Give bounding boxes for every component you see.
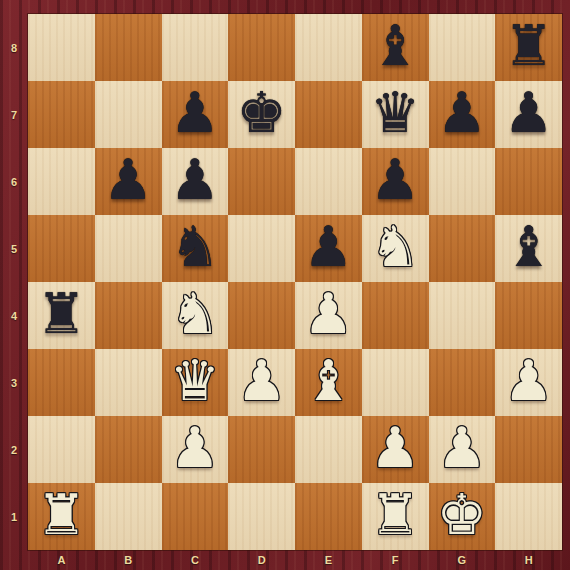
square-b8[interactable] — [95, 14, 162, 81]
square-e5[interactable]: ♟ — [295, 215, 362, 282]
piece-black-rook[interactable]: ♜ — [36, 286, 86, 342]
square-h8[interactable]: ♜ — [495, 14, 562, 81]
piece-white-pawn[interactable]: ♟ — [504, 353, 554, 409]
square-c5[interactable]: ♞ — [162, 215, 229, 282]
square-f7[interactable]: ♛ — [362, 81, 429, 148]
rank-label-5: 5 — [11, 243, 17, 255]
square-h2[interactable] — [495, 416, 562, 483]
square-d8[interactable] — [228, 14, 295, 81]
square-h1[interactable] — [495, 483, 562, 550]
piece-white-bishop[interactable]: ♝ — [303, 353, 353, 409]
piece-black-knight[interactable]: ♞ — [170, 219, 220, 275]
piece-black-pawn[interactable]: ♟ — [103, 152, 153, 208]
square-b3[interactable] — [95, 349, 162, 416]
piece-white-king[interactable]: ♚ — [437, 487, 487, 543]
piece-white-knight[interactable]: ♞ — [370, 219, 420, 275]
file-label-e: E — [325, 554, 332, 566]
square-g3[interactable] — [429, 349, 496, 416]
square-b5[interactable] — [95, 215, 162, 282]
square-e8[interactable] — [295, 14, 362, 81]
square-c8[interactable] — [162, 14, 229, 81]
square-g8[interactable] — [429, 14, 496, 81]
rank-label-6: 6 — [11, 176, 17, 188]
square-b7[interactable] — [95, 81, 162, 148]
piece-white-pawn[interactable]: ♟ — [170, 420, 220, 476]
file-label-f: F — [392, 554, 399, 566]
chess-board: ♝♜♟♚♛♟♟♟♟♟♞♟♞♝♜♞♟♛♟♝♟♟♟♟♜♜♚ — [28, 14, 562, 550]
square-g4[interactable] — [429, 282, 496, 349]
square-e1[interactable] — [295, 483, 362, 550]
piece-white-pawn[interactable]: ♟ — [237, 353, 287, 409]
square-f3[interactable] — [362, 349, 429, 416]
file-labels: ABCDEFGH — [28, 550, 562, 570]
piece-white-rook[interactable]: ♜ — [36, 487, 86, 543]
square-c2[interactable]: ♟ — [162, 416, 229, 483]
square-e7[interactable] — [295, 81, 362, 148]
file-label-c: C — [191, 554, 199, 566]
square-h7[interactable]: ♟ — [495, 81, 562, 148]
piece-black-king[interactable]: ♚ — [237, 85, 287, 141]
square-f2[interactable]: ♟ — [362, 416, 429, 483]
square-f5[interactable]: ♞ — [362, 215, 429, 282]
square-a5[interactable] — [28, 215, 95, 282]
piece-black-pawn[interactable]: ♟ — [370, 152, 420, 208]
square-e4[interactable]: ♟ — [295, 282, 362, 349]
square-a8[interactable] — [28, 14, 95, 81]
piece-black-pawn[interactable]: ♟ — [303, 219, 353, 275]
square-b2[interactable] — [95, 416, 162, 483]
square-c1[interactable] — [162, 483, 229, 550]
square-a3[interactable] — [28, 349, 95, 416]
square-h3[interactable]: ♟ — [495, 349, 562, 416]
square-d3[interactable]: ♟ — [228, 349, 295, 416]
square-h5[interactable]: ♝ — [495, 215, 562, 282]
square-a4[interactable]: ♜ — [28, 282, 95, 349]
square-e6[interactable] — [295, 148, 362, 215]
square-a6[interactable] — [28, 148, 95, 215]
piece-white-rook[interactable]: ♜ — [370, 487, 420, 543]
rank-labels: 87654321 — [0, 14, 28, 550]
piece-black-bishop[interactable]: ♝ — [370, 18, 420, 74]
piece-white-knight[interactable]: ♞ — [170, 286, 220, 342]
square-d2[interactable] — [228, 416, 295, 483]
square-c4[interactable]: ♞ — [162, 282, 229, 349]
file-label-a: A — [57, 554, 65, 566]
square-f6[interactable]: ♟ — [362, 148, 429, 215]
piece-white-queen[interactable]: ♛ — [170, 353, 220, 409]
square-c6[interactable]: ♟ — [162, 148, 229, 215]
square-d7[interactable]: ♚ — [228, 81, 295, 148]
rank-label-2: 2 — [11, 444, 17, 456]
piece-black-pawn[interactable]: ♟ — [170, 85, 220, 141]
piece-black-bishop[interactable]: ♝ — [504, 219, 554, 275]
square-a1[interactable]: ♜ — [28, 483, 95, 550]
square-g6[interactable] — [429, 148, 496, 215]
square-a7[interactable] — [28, 81, 95, 148]
piece-black-pawn[interactable]: ♟ — [437, 85, 487, 141]
square-c3[interactable]: ♛ — [162, 349, 229, 416]
square-b1[interactable] — [95, 483, 162, 550]
piece-white-pawn[interactable]: ♟ — [437, 420, 487, 476]
square-e2[interactable] — [295, 416, 362, 483]
square-e3[interactable]: ♝ — [295, 349, 362, 416]
square-g7[interactable]: ♟ — [429, 81, 496, 148]
piece-black-pawn[interactable]: ♟ — [504, 85, 554, 141]
square-h4[interactable] — [495, 282, 562, 349]
square-b6[interactable]: ♟ — [95, 148, 162, 215]
square-g2[interactable]: ♟ — [429, 416, 496, 483]
file-label-g: G — [458, 554, 467, 566]
square-b4[interactable] — [95, 282, 162, 349]
file-label-b: B — [124, 554, 132, 566]
piece-white-pawn[interactable]: ♟ — [303, 286, 353, 342]
chess-board-frame: 87654321 ♝♜♟♚♛♟♟♟♟♟♞♟♞♝♜♞♟♛♟♝♟♟♟♟♜♜♚ ABC… — [0, 0, 570, 570]
piece-black-rook[interactable]: ♜ — [504, 18, 554, 74]
square-d1[interactable] — [228, 483, 295, 550]
square-h6[interactable] — [495, 148, 562, 215]
square-c7[interactable]: ♟ — [162, 81, 229, 148]
piece-black-pawn[interactable]: ♟ — [170, 152, 220, 208]
square-f8[interactable]: ♝ — [362, 14, 429, 81]
rank-label-1: 1 — [11, 511, 17, 523]
square-g1[interactable]: ♚ — [429, 483, 496, 550]
rank-label-3: 3 — [11, 377, 17, 389]
square-g5[interactable] — [429, 215, 496, 282]
rank-label-4: 4 — [11, 310, 17, 322]
file-label-d: D — [258, 554, 266, 566]
file-label-h: H — [525, 554, 533, 566]
square-a2[interactable] — [28, 416, 95, 483]
rank-label-8: 8 — [11, 42, 17, 54]
rank-label-7: 7 — [11, 109, 17, 121]
square-d5[interactable] — [228, 215, 295, 282]
piece-white-pawn[interactable]: ♟ — [370, 420, 420, 476]
square-d4[interactable] — [228, 282, 295, 349]
square-f4[interactable] — [362, 282, 429, 349]
square-f1[interactable]: ♜ — [362, 483, 429, 550]
square-d6[interactable] — [228, 148, 295, 215]
piece-black-queen[interactable]: ♛ — [370, 85, 420, 141]
